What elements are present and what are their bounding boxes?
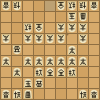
pawn-kanji-icon	[13, 69, 20, 76]
piece-white-lance[interactable]	[2, 1, 11, 11]
square-7c[interactable]	[23, 23, 33, 33]
square-2i[interactable]	[78, 89, 88, 99]
square-1h[interactable]	[89, 78, 99, 88]
square-8b[interactable]	[12, 12, 22, 22]
pawn-kanji-icon	[68, 47, 75, 54]
board-star-point	[66, 66, 69, 69]
piece-black-gold[interactable]	[57, 67, 66, 77]
square-2b[interactable]	[78, 12, 88, 22]
pawn-kanji-icon	[35, 35, 42, 42]
piece-white-gold[interactable]	[57, 1, 66, 11]
piece-black-pawn[interactable]	[35, 56, 44, 66]
pawn-kanji-icon	[46, 58, 53, 65]
piece-black-knight[interactable]	[13, 89, 22, 99]
square-9f[interactable]	[1, 56, 11, 66]
piece-black-pawn[interactable]	[24, 56, 33, 66]
square-4d[interactable]	[56, 34, 66, 44]
shogi-board	[0, 0, 100, 100]
piece-white-pawn[interactable]	[79, 23, 88, 33]
square-8h[interactable]	[12, 78, 22, 88]
square-5e[interactable]	[45, 45, 55, 55]
square-7e[interactable]	[23, 45, 33, 55]
square-3f[interactable]	[67, 56, 77, 66]
piece-white-rook[interactable]	[13, 45, 22, 55]
square-2g[interactable]	[78, 67, 88, 77]
silver-kanji-icon	[24, 24, 31, 31]
piece-black-knight[interactable]	[79, 89, 88, 99]
piece-black-pawn[interactable]	[57, 56, 66, 66]
piece-black-lance[interactable]	[2, 89, 11, 99]
square-3b[interactable]	[67, 12, 77, 22]
square-2f[interactable]	[78, 56, 88, 66]
square-8d[interactable]	[12, 34, 22, 44]
square-5i[interactable]	[45, 89, 55, 99]
square-3g[interactable]	[67, 67, 77, 77]
square-6f[interactable]	[34, 56, 44, 66]
piece-black-pawn[interactable]	[2, 56, 11, 66]
lance-kanji-icon	[90, 91, 97, 98]
board-star-point	[66, 33, 69, 36]
square-7f[interactable]	[23, 56, 33, 66]
knight-kanji-icon	[79, 91, 86, 98]
piece-white-pawn[interactable]	[68, 23, 77, 33]
piece-white-bishop[interactable]	[79, 12, 88, 22]
square-6h[interactable]	[34, 78, 44, 88]
square-5a[interactable]	[45, 1, 55, 11]
square-8g[interactable]	[12, 67, 22, 77]
square-8i[interactable]	[12, 89, 22, 99]
pawn-kanji-icon	[46, 35, 53, 42]
pawn-kanji-icon	[57, 58, 64, 65]
rook-kanji-icon	[35, 80, 42, 87]
square-3a[interactable]	[67, 1, 77, 11]
square-6d[interactable]	[34, 34, 44, 44]
piece-white-knight[interactable]	[13, 1, 22, 11]
piece-white-pawn[interactable]	[79, 34, 88, 44]
square-8a[interactable]	[12, 1, 22, 11]
square-4g[interactable]	[56, 67, 66, 77]
pawn-kanji-icon	[68, 24, 75, 31]
square-9h[interactable]	[1, 78, 11, 88]
square-4a[interactable]	[56, 1, 66, 11]
square-9i[interactable]	[1, 89, 11, 99]
silver-kanji-icon	[68, 2, 75, 9]
king-kanji-icon	[24, 80, 31, 87]
square-4b[interactable]	[56, 12, 66, 22]
square-1f[interactable]	[89, 56, 99, 66]
pawn-kanji-icon	[24, 35, 31, 42]
square-7a[interactable]	[23, 1, 33, 11]
square-3h[interactable]	[67, 78, 77, 88]
square-4h[interactable]	[56, 78, 66, 88]
lance-kanji-icon	[2, 91, 9, 98]
piece-white-gold[interactable]	[35, 23, 44, 33]
square-9a[interactable]	[1, 1, 11, 11]
piece-black-king[interactable]	[24, 78, 33, 88]
piece-black-pawn[interactable]	[79, 56, 88, 66]
silver-kanji-icon	[35, 69, 42, 76]
piece-black-pawn[interactable]	[68, 56, 77, 66]
piece-black-rook[interactable]	[35, 78, 44, 88]
square-3c[interactable]	[67, 23, 77, 33]
pawn-kanji-icon	[79, 58, 86, 65]
square-1i[interactable]	[89, 89, 99, 99]
bishop-kanji-icon	[79, 13, 86, 20]
piece-black-silver[interactable]	[35, 67, 44, 77]
bishop-kanji-icon	[24, 91, 31, 98]
piece-white-pawn[interactable]	[57, 23, 66, 33]
square-4c[interactable]	[56, 23, 66, 33]
piece-black-lance[interactable]	[90, 89, 99, 99]
lance-kanji-icon	[90, 2, 97, 9]
square-7h[interactable]	[23, 78, 33, 88]
square-6i[interactable]	[34, 89, 44, 99]
square-8f[interactable]	[12, 56, 22, 66]
silver-kanji-icon	[68, 69, 75, 76]
knight-kanji-icon	[13, 2, 20, 9]
square-1b[interactable]	[89, 12, 99, 22]
square-9c[interactable]	[1, 23, 11, 33]
knight-kanji-icon	[13, 91, 20, 98]
square-6g[interactable]	[34, 67, 44, 77]
square-2h[interactable]	[78, 78, 88, 88]
square-6a[interactable]	[34, 1, 44, 11]
piece-white-pawn[interactable]	[2, 34, 11, 44]
square-4f[interactable]	[56, 56, 66, 66]
rook-kanji-icon	[13, 46, 20, 53]
square-2c[interactable]	[78, 23, 88, 33]
square-6b[interactable]	[34, 12, 44, 22]
piece-white-lance[interactable]	[90, 1, 99, 11]
piece-white-pawn[interactable]	[46, 34, 55, 44]
square-5c[interactable]	[45, 23, 55, 33]
square-5h[interactable]	[45, 78, 55, 88]
lance-kanji-icon	[2, 2, 9, 9]
piece-white-king[interactable]	[68, 12, 77, 22]
pawn-kanji-icon	[68, 58, 75, 65]
piece-white-silver[interactable]	[24, 23, 33, 33]
square-7g[interactable]	[23, 67, 33, 77]
square-5b[interactable]	[45, 12, 55, 22]
piece-black-bishop[interactable]	[24, 89, 33, 99]
shogi-app	[0, 0, 100, 100]
square-4i[interactable]	[56, 89, 66, 99]
piece-white-pawn[interactable]	[57, 34, 66, 44]
square-6c[interactable]	[34, 23, 44, 33]
square-2d[interactable]	[78, 34, 88, 44]
square-7d[interactable]	[23, 34, 33, 44]
piece-black-silver[interactable]	[68, 67, 77, 77]
pawn-kanji-icon	[79, 35, 86, 42]
piece-white-pawn[interactable]	[24, 34, 33, 44]
pawn-kanji-icon	[57, 35, 64, 42]
piece-black-pawn[interactable]	[13, 67, 22, 77]
piece-white-pawn[interactable]	[35, 34, 44, 44]
square-9e[interactable]	[1, 45, 11, 55]
square-1d[interactable]	[89, 34, 99, 44]
pawn-kanji-icon	[57, 24, 64, 31]
square-5g[interactable]	[45, 67, 55, 77]
piece-black-gold[interactable]	[46, 67, 55, 77]
square-1a[interactable]	[89, 1, 99, 11]
square-2a[interactable]	[78, 1, 88, 11]
square-3d[interactable]	[67, 34, 77, 44]
square-3e[interactable]	[67, 45, 77, 55]
knight-kanji-icon	[79, 2, 86, 9]
piece-white-knight[interactable]	[79, 1, 88, 11]
gold-kanji-icon	[46, 69, 53, 76]
square-5d[interactable]	[45, 34, 55, 44]
gold-kanji-icon	[57, 69, 64, 76]
square-3i[interactable]	[67, 89, 77, 99]
board-star-point	[33, 66, 36, 69]
pawn-kanji-icon	[2, 58, 9, 65]
square-9b[interactable]	[1, 12, 11, 22]
square-2e[interactable]	[78, 45, 88, 55]
pawn-kanji-icon	[2, 35, 9, 42]
piece-white-silver[interactable]	[68, 1, 77, 11]
king-kanji-icon	[68, 13, 75, 20]
piece-black-pawn[interactable]	[46, 56, 55, 66]
gold-kanji-icon	[57, 2, 64, 9]
square-1g[interactable]	[89, 67, 99, 77]
square-7i[interactable]	[23, 89, 33, 99]
gold-kanji-icon	[35, 24, 42, 31]
pawn-kanji-icon	[24, 58, 31, 65]
square-8c[interactable]	[12, 23, 22, 33]
pawn-kanji-icon	[35, 58, 42, 65]
piece-black-pawn[interactable]	[68, 45, 77, 55]
square-9d[interactable]	[1, 34, 11, 44]
square-8e[interactable]	[12, 45, 22, 55]
square-5f[interactable]	[45, 56, 55, 66]
square-1c[interactable]	[89, 23, 99, 33]
square-6e[interactable]	[34, 45, 44, 55]
square-4e[interactable]	[56, 45, 66, 55]
square-1e[interactable]	[89, 45, 99, 55]
pawn-kanji-icon	[79, 24, 86, 31]
square-7b[interactable]	[23, 12, 33, 22]
square-9g[interactable]	[1, 67, 11, 77]
